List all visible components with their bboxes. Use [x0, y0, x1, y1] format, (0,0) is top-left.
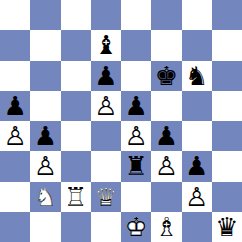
square-b4[interactable]: ♟ — [30, 121, 60, 151]
square-a6[interactable] — [0, 61, 30, 91]
white-rook-icon[interactable]: ♜♖ — [61, 182, 91, 212]
square-d8[interactable] — [91, 0, 121, 30]
square-d5[interactable]: ♟♙ — [91, 91, 121, 121]
white-pawn-icon[interactable]: ♟♙ — [91, 91, 121, 121]
square-e8[interactable] — [121, 0, 151, 30]
square-g2[interactable]: ♟♙ — [182, 182, 212, 212]
white-pawn-icon[interactable]: ♟♙ — [151, 151, 181, 181]
square-h6[interactable] — [212, 61, 242, 91]
square-c3[interactable] — [61, 151, 91, 181]
square-c7[interactable] — [61, 30, 91, 60]
square-g7[interactable] — [182, 30, 212, 60]
square-f2[interactable] — [151, 182, 181, 212]
square-b7[interactable] — [30, 30, 60, 60]
square-d4[interactable] — [91, 121, 121, 151]
square-e3[interactable]: ♜ — [121, 151, 151, 181]
square-g3[interactable]: ♟ — [182, 151, 212, 181]
square-d1[interactable] — [91, 212, 121, 242]
black-bishop-icon[interactable]: ♝ — [91, 30, 121, 60]
square-h2[interactable] — [212, 182, 242, 212]
square-c1[interactable] — [61, 212, 91, 242]
white-pawn-icon[interactable]: ♟♙ — [30, 151, 60, 181]
black-pawn-icon[interactable]: ♟ — [0, 91, 30, 121]
black-knight-icon[interactable]: ♞ — [182, 61, 212, 91]
square-e1[interactable]: ♚♔ — [121, 212, 151, 242]
square-a2[interactable] — [0, 182, 30, 212]
square-f8[interactable] — [151, 0, 181, 30]
square-f5[interactable] — [151, 91, 181, 121]
square-f1[interactable]: ♝♗ — [151, 212, 181, 242]
black-rook-icon[interactable]: ♜ — [121, 151, 151, 181]
square-h1[interactable]: ♛ — [212, 212, 242, 242]
square-d2[interactable]: ♛♕ — [91, 182, 121, 212]
square-g4[interactable] — [182, 121, 212, 151]
square-h5[interactable] — [212, 91, 242, 121]
square-c6[interactable] — [61, 61, 91, 91]
square-a4[interactable]: ♟♙ — [0, 121, 30, 151]
square-e4[interactable]: ♟♙ — [121, 121, 151, 151]
square-b8[interactable] — [30, 0, 60, 30]
white-knight-icon[interactable]: ♞♘ — [30, 182, 60, 212]
square-a3[interactable] — [0, 151, 30, 181]
black-pawn-icon[interactable]: ♟ — [91, 61, 121, 91]
white-king-icon[interactable]: ♚♔ — [121, 212, 151, 242]
black-pawn-icon[interactable]: ♟ — [182, 151, 212, 181]
square-e5[interactable]: ♟ — [121, 91, 151, 121]
square-f6[interactable]: ♚ — [151, 61, 181, 91]
square-h7[interactable] — [212, 30, 242, 60]
square-f7[interactable] — [151, 30, 181, 60]
square-c5[interactable] — [61, 91, 91, 121]
square-d6[interactable]: ♟ — [91, 61, 121, 91]
square-g6[interactable]: ♞ — [182, 61, 212, 91]
square-f4[interactable]: ♟ — [151, 121, 181, 151]
square-b2[interactable]: ♞♘ — [30, 182, 60, 212]
square-a8[interactable] — [0, 0, 30, 30]
square-b3[interactable]: ♟♙ — [30, 151, 60, 181]
square-a5[interactable]: ♟ — [0, 91, 30, 121]
square-h3[interactable] — [212, 151, 242, 181]
square-a7[interactable] — [0, 30, 30, 60]
chess-board-container: ♝♟♚♞♟♟♙♟♟♙♟♟♙♟♟♙♜♟♙♟♞♘♜♖♛♕♟♙♚♔♝♗♛ — [0, 0, 242, 242]
white-pawn-icon[interactable]: ♟♙ — [121, 121, 151, 151]
square-g1[interactable] — [182, 212, 212, 242]
square-h8[interactable] — [212, 0, 242, 30]
chess-board: ♝♟♚♞♟♟♙♟♟♙♟♟♙♟♟♙♜♟♙♟♞♘♜♖♛♕♟♙♚♔♝♗♛ — [0, 0, 242, 242]
white-pawn-icon[interactable]: ♟♙ — [182, 182, 212, 212]
square-a1[interactable] — [0, 212, 30, 242]
square-e2[interactable] — [121, 182, 151, 212]
white-bishop-icon[interactable]: ♝♗ — [151, 212, 181, 242]
square-b1[interactable] — [30, 212, 60, 242]
black-pawn-icon[interactable]: ♟ — [151, 121, 181, 151]
square-d7[interactable]: ♝ — [91, 30, 121, 60]
square-c2[interactable]: ♜♖ — [61, 182, 91, 212]
white-queen-icon[interactable]: ♛♕ — [91, 182, 121, 212]
black-king-icon[interactable]: ♚ — [151, 61, 181, 91]
square-f3[interactable]: ♟♙ — [151, 151, 181, 181]
square-e6[interactable] — [121, 61, 151, 91]
white-pawn-icon[interactable]: ♟♙ — [0, 121, 30, 151]
square-c8[interactable] — [61, 0, 91, 30]
black-pawn-icon[interactable]: ♟ — [30, 121, 60, 151]
square-c4[interactable] — [61, 121, 91, 151]
square-e7[interactable] — [121, 30, 151, 60]
black-queen-icon[interactable]: ♛ — [212, 212, 242, 242]
square-g5[interactable] — [182, 91, 212, 121]
square-d3[interactable] — [91, 151, 121, 181]
square-g8[interactable] — [182, 0, 212, 30]
black-pawn-icon[interactable]: ♟ — [121, 91, 151, 121]
square-b6[interactable] — [30, 61, 60, 91]
square-h4[interactable] — [212, 121, 242, 151]
square-b5[interactable] — [30, 91, 60, 121]
